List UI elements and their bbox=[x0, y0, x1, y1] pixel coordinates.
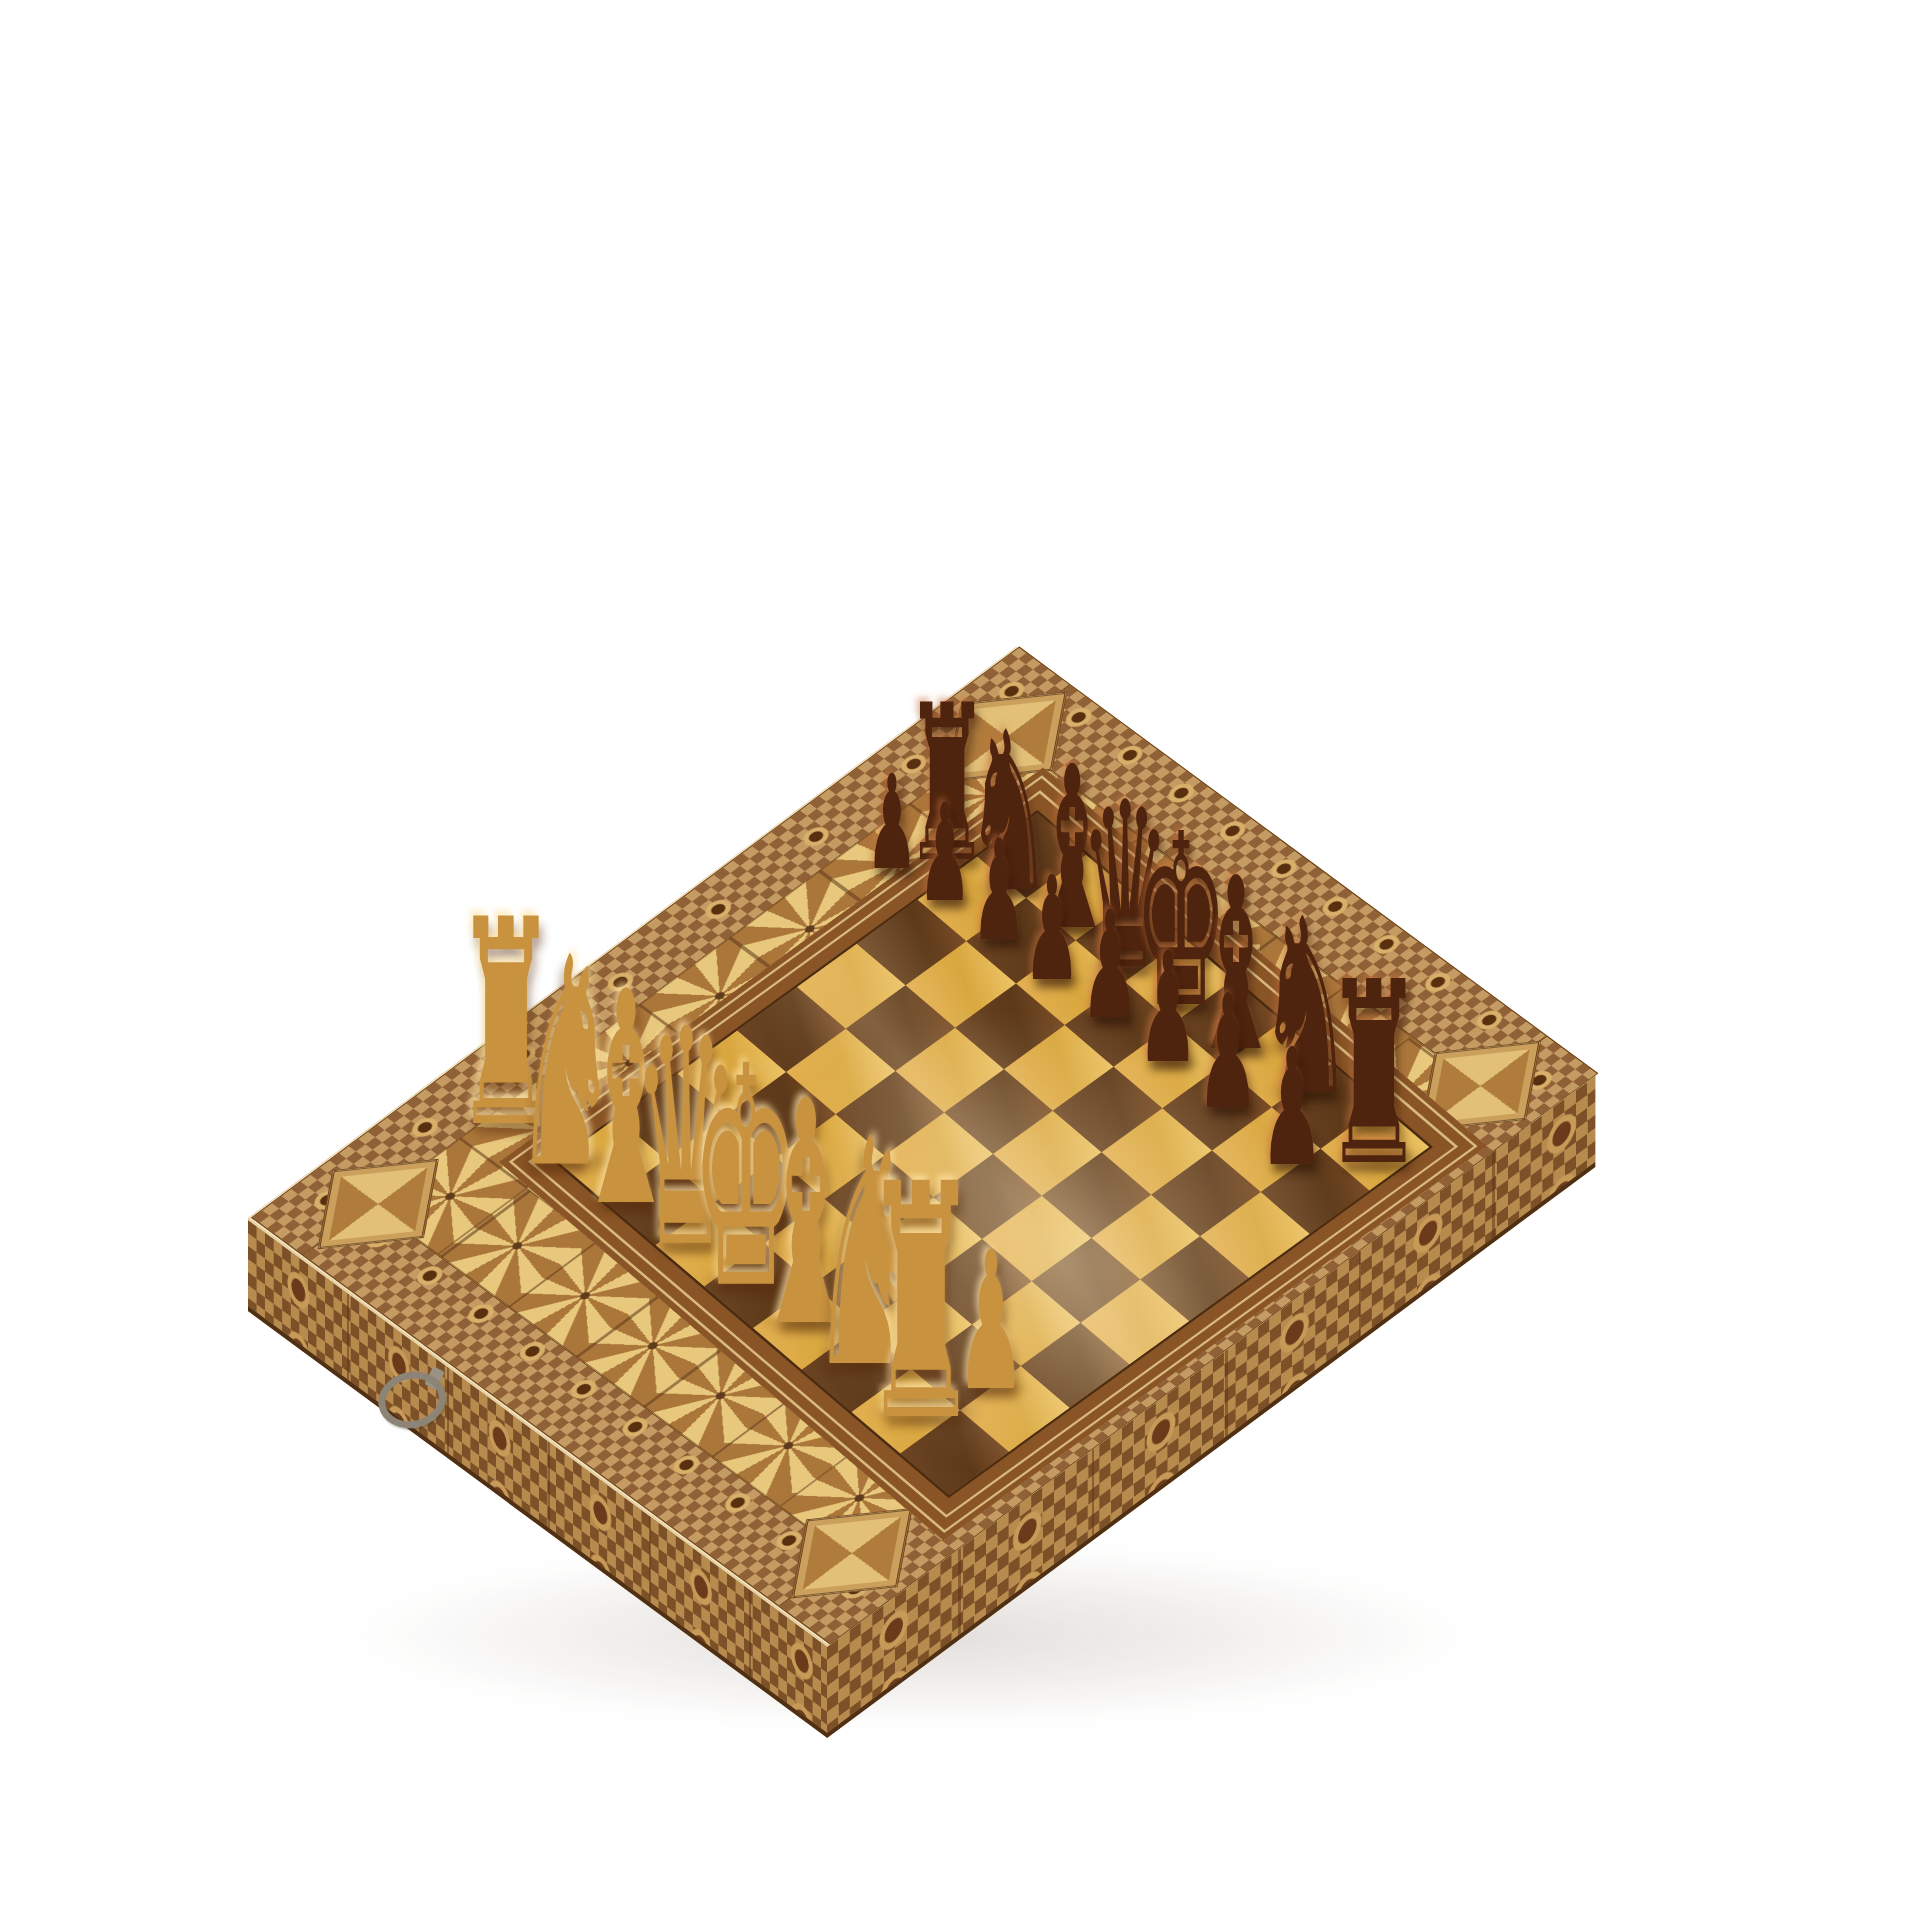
piece-dark-pawn-e7[interactable]: ♟ bbox=[1080, 961, 1139, 1027]
piece-dark-pawn-b7[interactable]: ♟ bbox=[918, 847, 972, 907]
piece-dark-pawn-h7[interactable]: ♟ bbox=[1260, 1101, 1325, 1173]
piece-dark-pawn-d7[interactable]: ♟ bbox=[1023, 923, 1080, 987]
piece-light-rook-h1[interactable]: ♜ bbox=[862, 1298, 980, 1430]
piece-dark-pawn-c7[interactable]: ♟ bbox=[971, 886, 1027, 948]
piece-dark-pawn-g7[interactable]: ♟ bbox=[1197, 1046, 1260, 1116]
product-photo-stage: ♜♟♞♟♝♟♛♟♚♟♝♟♞♟♜♜♞♟♝♛♚♝♞♟♜ bbox=[0, 0, 1920, 1920]
piece-dark-rook-h8[interactable]: ♜ bbox=[1324, 1063, 1424, 1175]
piece-dark-pawn-a7[interactable]: ♟ bbox=[866, 817, 918, 875]
pieces-layer: ♜♟♞♟♝♟♛♟♚♟♝♟♞♟♜♜♞♟♝♛♚♝♞♟♜ bbox=[0, 0, 1920, 1920]
piece-dark-pawn-f7[interactable]: ♟ bbox=[1138, 1003, 1199, 1071]
